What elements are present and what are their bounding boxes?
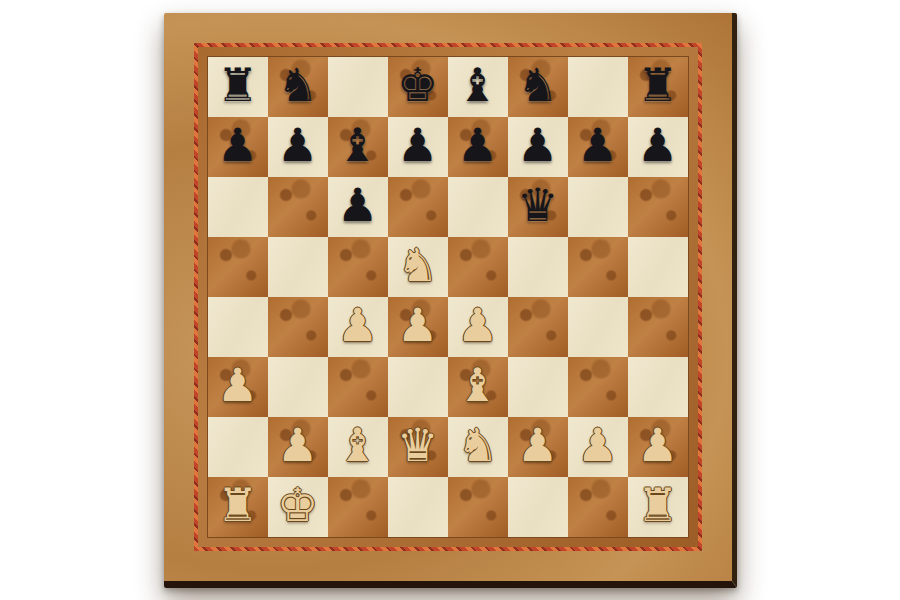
board-frame: ♜♞♚♝♞♜♟♟♝♟♟♟♟♟♟♛♞♟♟♟♟♝♟♝♛♞♟♟♟♜♚♜ <box>164 13 737 588</box>
square-g6 <box>568 177 628 237</box>
square-c6: ♟ <box>328 177 388 237</box>
square-a7: ♟ <box>208 117 268 177</box>
piece-wP-h2: ♟ <box>637 422 678 468</box>
piece-wR-a1: ♜ <box>217 482 258 528</box>
square-g1 <box>568 477 628 537</box>
square-a8: ♜ <box>208 57 268 117</box>
piece-wN-e2: ♞ <box>457 422 498 468</box>
piece-bP-a7: ♟ <box>217 122 258 168</box>
piece-wK-b1: ♚ <box>277 482 318 528</box>
square-h6 <box>628 177 688 237</box>
square-h2: ♟ <box>628 417 688 477</box>
square-f4 <box>508 297 568 357</box>
square-f3 <box>508 357 568 417</box>
square-g2: ♟ <box>568 417 628 477</box>
square-c5 <box>328 237 388 297</box>
square-b2: ♟ <box>268 417 328 477</box>
square-b6 <box>268 177 328 237</box>
square-h3 <box>628 357 688 417</box>
square-b4 <box>268 297 328 357</box>
square-c8 <box>328 57 388 117</box>
piece-bP-b7: ♟ <box>277 122 318 168</box>
chess-board: ♜♞♚♝♞♜♟♟♝♟♟♟♟♟♟♛♞♟♟♟♟♝♟♝♛♞♟♟♟♜♚♜ <box>207 56 689 538</box>
square-e4: ♟ <box>448 297 508 357</box>
square-e3: ♝ <box>448 357 508 417</box>
red-inlay-border: ♜♞♚♝♞♜♟♟♝♟♟♟♟♟♟♛♞♟♟♟♟♝♟♝♛♞♟♟♟♜♚♜ <box>194 43 702 551</box>
square-f2: ♟ <box>508 417 568 477</box>
piece-wP-g2: ♟ <box>577 422 618 468</box>
piece-wQ-d2: ♛ <box>397 422 438 468</box>
board-margin: ♜♞♚♝♞♜♟♟♝♟♟♟♟♟♟♛♞♟♟♟♟♝♟♝♛♞♟♟♟♜♚♜ <box>198 47 698 547</box>
square-d2: ♛ <box>388 417 448 477</box>
square-c1 <box>328 477 388 537</box>
square-c3 <box>328 357 388 417</box>
square-b5 <box>268 237 328 297</box>
piece-bN-b8: ♞ <box>277 62 318 108</box>
square-h7: ♟ <box>628 117 688 177</box>
piece-wN-d5: ♞ <box>397 242 438 288</box>
piece-bR-a8: ♜ <box>217 62 258 108</box>
piece-wP-e4: ♟ <box>457 302 498 348</box>
photo-scene: ♜♞♚♝♞♜♟♟♝♟♟♟♟♟♟♛♞♟♟♟♟♝♟♝♛♞♟♟♟♜♚♜ <box>0 0 900 600</box>
piece-wR-h1: ♜ <box>637 482 678 528</box>
square-f7: ♟ <box>508 117 568 177</box>
piece-bQ-f6: ♛ <box>517 182 558 228</box>
square-e8: ♝ <box>448 57 508 117</box>
square-d1 <box>388 477 448 537</box>
piece-wP-a3: ♟ <box>217 362 258 408</box>
piece-bP-d7: ♟ <box>397 122 438 168</box>
square-e6 <box>448 177 508 237</box>
square-e1 <box>448 477 508 537</box>
square-a2 <box>208 417 268 477</box>
square-h5 <box>628 237 688 297</box>
piece-wP-d4: ♟ <box>397 302 438 348</box>
square-a6 <box>208 177 268 237</box>
square-b8: ♞ <box>268 57 328 117</box>
piece-wP-b2: ♟ <box>277 422 318 468</box>
square-d3 <box>388 357 448 417</box>
square-e5 <box>448 237 508 297</box>
square-g8 <box>568 57 628 117</box>
piece-bR-h8: ♜ <box>637 62 678 108</box>
piece-bP-e7: ♟ <box>457 122 498 168</box>
square-f8: ♞ <box>508 57 568 117</box>
square-d8: ♚ <box>388 57 448 117</box>
square-b7: ♟ <box>268 117 328 177</box>
piece-bB-c7: ♝ <box>337 122 378 168</box>
piece-bP-g7: ♟ <box>577 122 618 168</box>
piece-wB-e3: ♝ <box>457 362 498 408</box>
square-a3: ♟ <box>208 357 268 417</box>
square-g7: ♟ <box>568 117 628 177</box>
piece-bB-e8: ♝ <box>457 62 498 108</box>
square-h4 <box>628 297 688 357</box>
square-b3 <box>268 357 328 417</box>
square-h1: ♜ <box>628 477 688 537</box>
square-e7: ♟ <box>448 117 508 177</box>
square-c7: ♝ <box>328 117 388 177</box>
square-g3 <box>568 357 628 417</box>
square-f6: ♛ <box>508 177 568 237</box>
square-f1 <box>508 477 568 537</box>
square-a5 <box>208 237 268 297</box>
square-c2: ♝ <box>328 417 388 477</box>
piece-wP-c4: ♟ <box>337 302 378 348</box>
square-a1: ♜ <box>208 477 268 537</box>
piece-bN-f8: ♞ <box>517 62 558 108</box>
square-d5: ♞ <box>388 237 448 297</box>
square-g5 <box>568 237 628 297</box>
piece-wP-f2: ♟ <box>517 422 558 468</box>
square-a4 <box>208 297 268 357</box>
square-d7: ♟ <box>388 117 448 177</box>
square-d6 <box>388 177 448 237</box>
square-d4: ♟ <box>388 297 448 357</box>
square-e2: ♞ <box>448 417 508 477</box>
piece-bP-h7: ♟ <box>637 122 678 168</box>
piece-wB-c2: ♝ <box>337 422 378 468</box>
square-g4 <box>568 297 628 357</box>
piece-bP-c6: ♟ <box>337 182 378 228</box>
square-f5 <box>508 237 568 297</box>
square-h8: ♜ <box>628 57 688 117</box>
square-c4: ♟ <box>328 297 388 357</box>
square-b1: ♚ <box>268 477 328 537</box>
piece-bP-f7: ♟ <box>517 122 558 168</box>
piece-bK-d8: ♚ <box>397 62 438 108</box>
